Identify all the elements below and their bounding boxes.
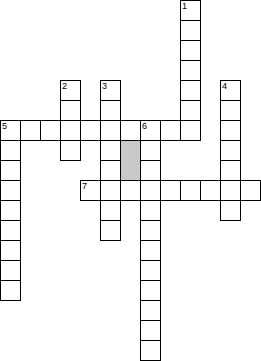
crossword-cell[interactable]: 2 <box>60 80 81 101</box>
crossword-cell[interactable] <box>140 240 161 261</box>
clue-number: 3 <box>102 81 107 91</box>
crossword-cell[interactable] <box>160 120 181 141</box>
crossword-cell[interactable] <box>100 120 121 141</box>
clue-number: 7 <box>82 181 87 191</box>
crossword-cell[interactable] <box>100 180 121 201</box>
crossword-cell[interactable] <box>60 100 81 121</box>
crossword-cell[interactable] <box>100 160 121 181</box>
crossword-cell[interactable] <box>140 200 161 221</box>
crossword-cell[interactable] <box>180 120 201 141</box>
crossword-cell[interactable] <box>0 180 21 201</box>
crossword-cell[interactable] <box>140 320 161 341</box>
crossword-cell[interactable] <box>100 140 121 161</box>
crossword-board: 1234567 <box>0 0 261 361</box>
crossword-cell[interactable] <box>40 120 61 141</box>
crossword-cell[interactable] <box>0 200 21 221</box>
crossword-cell[interactable] <box>0 140 21 161</box>
crossword-cell[interactable] <box>120 180 141 201</box>
clue-number: 2 <box>62 81 67 91</box>
crossword-cell[interactable] <box>60 120 81 141</box>
crossword-cell[interactable]: 1 <box>180 0 201 21</box>
crossword-cell[interactable] <box>180 60 201 81</box>
crossword-cell[interactable] <box>0 280 21 301</box>
crossword-cell[interactable]: 4 <box>220 80 241 101</box>
crossword-cell[interactable]: 6 <box>140 120 161 141</box>
crossword-cell[interactable] <box>220 160 241 181</box>
clue-number: 1 <box>182 1 187 11</box>
crossword-cell[interactable] <box>0 240 21 261</box>
crossword-cell[interactable] <box>0 260 21 281</box>
crossword-cell[interactable] <box>140 220 161 241</box>
crossword-cell[interactable] <box>140 300 161 321</box>
crossword-cell[interactable] <box>80 120 101 141</box>
crossword-cell[interactable] <box>140 280 161 301</box>
crossword-cell[interactable] <box>140 140 161 161</box>
crossword-cell[interactable] <box>140 180 161 201</box>
crossword-cell[interactable]: 3 <box>100 80 121 101</box>
crossword-cell[interactable] <box>60 140 81 161</box>
crossword-cell[interactable] <box>180 20 201 41</box>
crossword-cell[interactable] <box>0 160 21 181</box>
crossword-cell[interactable] <box>100 100 121 121</box>
clue-number: 6 <box>142 121 147 131</box>
crossword-cell[interactable] <box>160 180 181 201</box>
crossword-cell[interactable] <box>220 180 241 201</box>
clue-number: 4 <box>222 81 227 91</box>
crossword-cell[interactable] <box>100 220 121 241</box>
crossword-cell[interactable] <box>100 200 121 221</box>
crossword-cell[interactable] <box>220 120 241 141</box>
crossword-cell[interactable] <box>220 140 241 161</box>
crossword-cell[interactable] <box>180 100 201 121</box>
crossword-cell[interactable] <box>200 180 221 201</box>
crossword-cell[interactable]: 5 <box>0 120 21 141</box>
crossword-cell[interactable] <box>180 80 201 101</box>
crossword-cell[interactable] <box>180 40 201 61</box>
shaded-cell[interactable] <box>120 140 141 181</box>
crossword-cell[interactable] <box>180 180 201 201</box>
crossword-cell[interactable] <box>20 120 41 141</box>
crossword-cell[interactable] <box>120 120 141 141</box>
clue-number: 5 <box>2 121 7 131</box>
crossword-cell[interactable] <box>0 220 21 241</box>
crossword-cell[interactable] <box>220 100 241 121</box>
crossword-cell[interactable] <box>220 200 241 221</box>
crossword-cell[interactable] <box>140 340 161 361</box>
crossword-cell[interactable] <box>140 260 161 281</box>
crossword-cell[interactable] <box>140 160 161 181</box>
crossword-cell[interactable]: 7 <box>80 180 101 201</box>
crossword-cell[interactable] <box>240 180 261 201</box>
